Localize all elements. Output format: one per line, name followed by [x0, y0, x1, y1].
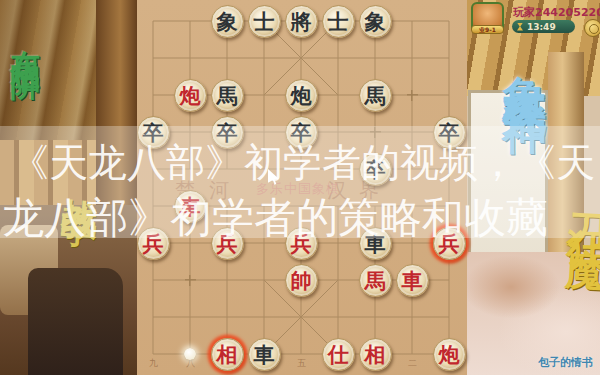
point-mark — [185, 275, 196, 286]
timer-value: 13:49 — [527, 22, 556, 32]
piece-black-象[interactable]: 象 — [359, 5, 392, 38]
piece-black-將[interactable]: 將 — [285, 5, 318, 38]
title-line-1: 《天龙八部》初学者的视频，《天 — [10, 136, 595, 190]
deco-text-xiangqi-sishen: 象棋死神 — [496, 40, 555, 84]
piece-red-炮[interactable]: 炮 — [174, 79, 207, 112]
piece-red-車[interactable]: 車 — [396, 264, 429, 297]
file-label: 二 — [408, 357, 417, 370]
piece-black-士[interactable]: 士 — [322, 5, 355, 38]
piece-black-馬[interactable]: 馬 — [359, 79, 392, 112]
piece-red-相[interactable]: 相 — [211, 338, 244, 371]
piece-black-馬[interactable]: 馬 — [211, 79, 244, 112]
coin-icon[interactable] — [584, 19, 600, 37]
piece-red-帥[interactable]: 帥 — [285, 264, 318, 297]
background-sofa-shadow — [28, 268, 123, 375]
piece-red-相[interactable]: 相 — [359, 338, 392, 371]
piece-red-仕[interactable]: 仕 — [322, 338, 355, 371]
point-mark — [407, 90, 418, 101]
deco-text-buju-xianjing: 布局陷阱 — [4, 26, 45, 54]
hourglass-icon — [517, 23, 523, 31]
piece-red-馬[interactable]: 馬 — [359, 264, 392, 297]
player-name: 玩家244205220 — [513, 5, 600, 20]
bottom-right-watermark: 包子的情书 — [538, 355, 593, 370]
move-origin-marker — [184, 348, 196, 360]
file-label: 九 — [149, 357, 158, 370]
piece-black-士[interactable]: 士 — [248, 5, 281, 38]
file-label: 五 — [297, 357, 306, 370]
piece-black-炮[interactable]: 炮 — [285, 79, 318, 112]
piece-black-車[interactable]: 車 — [248, 338, 281, 371]
player-timer: 13:49 — [512, 20, 575, 33]
piece-red-炮[interactable]: 炮 — [433, 338, 466, 371]
piece-black-象[interactable]: 象 — [211, 5, 244, 38]
player-level-badge: 业9-1 — [471, 25, 504, 34]
title-line-2: 龙八部》初学者的策略和收藏 — [2, 190, 548, 246]
